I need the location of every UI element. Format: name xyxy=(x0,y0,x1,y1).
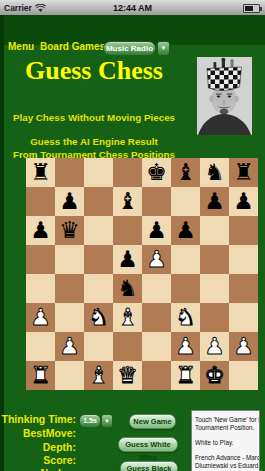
info-line xyxy=(195,446,256,454)
board-square: ♟ xyxy=(26,303,55,332)
white-pawn: ♟ xyxy=(200,332,229,361)
thinking-time-label: Thinking Time: xyxy=(0,413,76,425)
board-square xyxy=(84,245,113,274)
board-square xyxy=(171,274,200,303)
chess-board: ♜♚♝♞♜♟♝♟♟♟♛♟♟♟♟♞♟♞♝♞♟♟♟♟♜♝♛♜♚ xyxy=(26,158,258,390)
app-screen: Carrier 12:44 AM Menu Board Games Music … xyxy=(0,0,265,471)
nodes-label: Nodes: xyxy=(0,467,76,471)
board-square xyxy=(26,187,55,216)
board-square: ♚ xyxy=(142,158,171,187)
white-pawn: ♟ xyxy=(142,245,171,274)
black-pawn: ♟ xyxy=(171,216,200,245)
guess-white-wins-button[interactable]: Guess White Wins xyxy=(118,437,178,452)
white-rook: ♜ xyxy=(26,361,55,390)
black-queen: ♛ xyxy=(55,216,84,245)
board-square: ♜ xyxy=(171,361,200,390)
board-square xyxy=(142,303,171,332)
board-square xyxy=(26,245,55,274)
board-square xyxy=(229,361,258,390)
black-rook: ♜ xyxy=(26,158,55,187)
board-square: ♝ xyxy=(113,187,142,216)
new-game-button[interactable]: New Game xyxy=(129,414,176,429)
board-square: ♟ xyxy=(171,332,200,361)
black-pawn: ♟ xyxy=(55,187,84,216)
subtitle: Play Chess Without Moving Pieces xyxy=(0,112,188,123)
board-square xyxy=(84,158,113,187)
board-square xyxy=(229,245,258,274)
music-radio-dropdown[interactable]: Music Radio xyxy=(103,41,156,56)
board-square xyxy=(229,303,258,332)
board-square: ♝ xyxy=(171,158,200,187)
board-square: ♟ xyxy=(229,187,258,216)
board-square xyxy=(84,274,113,303)
black-pawn: ♟ xyxy=(113,245,142,274)
board-square: ♝ xyxy=(113,303,142,332)
board-square xyxy=(142,332,171,361)
tagline-line-1: Guess the AI Engine Result xyxy=(0,136,188,149)
board-square xyxy=(55,158,84,187)
white-king: ♚ xyxy=(200,361,229,390)
board-square xyxy=(200,274,229,303)
black-bishop: ♝ xyxy=(113,187,142,216)
black-king: ♚ xyxy=(142,158,171,187)
board-square xyxy=(171,187,200,216)
info-line: Touch 'New Game' for Rando xyxy=(195,416,256,424)
thinking-time-dropdown[interactable]: 1.5s xyxy=(79,414,101,428)
board-square xyxy=(200,303,229,332)
board-square xyxy=(142,274,171,303)
board-square: ♞ xyxy=(171,303,200,332)
bestmove-label: BestMove: xyxy=(0,427,76,439)
white-pawn: ♟ xyxy=(55,332,84,361)
clock: 12:44 AM xyxy=(0,3,265,13)
board-square: ♟ xyxy=(200,187,229,216)
depth-label: Depth: xyxy=(0,441,76,453)
board-square: ♟ xyxy=(200,332,229,361)
board-square: ♟ xyxy=(142,216,171,245)
battery-icon xyxy=(243,4,260,13)
board-square: ♞ xyxy=(84,303,113,332)
board-square: ♜ xyxy=(229,158,258,187)
thinking-time-dropdown-arrow-icon[interactable]: ▼ xyxy=(101,414,113,428)
white-knight: ♞ xyxy=(84,303,113,332)
white-bishop: ♝ xyxy=(113,303,142,332)
board-square xyxy=(200,245,229,274)
board-square: ♟ xyxy=(229,332,258,361)
black-pawn: ♟ xyxy=(26,216,55,245)
white-pawn: ♟ xyxy=(229,332,258,361)
black-pawn: ♟ xyxy=(200,187,229,216)
board-square xyxy=(113,332,142,361)
board-square xyxy=(55,303,84,332)
board-square xyxy=(171,245,200,274)
white-rook: ♜ xyxy=(171,361,200,390)
board-square: ♛ xyxy=(55,216,84,245)
music-radio-dropdown-arrow-icon[interactable]: ▼ xyxy=(157,41,170,56)
white-queen: ♛ xyxy=(113,361,142,390)
info-line: Dluzniewski vs Eduard Yepes xyxy=(195,462,256,470)
board-square xyxy=(229,216,258,245)
board-square xyxy=(142,187,171,216)
board-square xyxy=(229,274,258,303)
white-pawn: ♟ xyxy=(26,303,55,332)
white-knight: ♞ xyxy=(171,303,200,332)
board-square: ♟ xyxy=(171,216,200,245)
board-square xyxy=(113,158,142,187)
board-square xyxy=(26,274,55,303)
board-square xyxy=(26,332,55,361)
info-line xyxy=(195,431,256,439)
black-bishop: ♝ xyxy=(171,158,200,187)
chess-king-mascot-photo xyxy=(197,57,252,135)
board-square: ♝ xyxy=(84,361,113,390)
game-info-panel: Touch 'New Game' for Rando Tournament Po… xyxy=(191,410,260,471)
board-square: ♜ xyxy=(26,361,55,390)
menu-bar: Menu Board Games Music Radio ▼ xyxy=(0,15,265,45)
board-square xyxy=(84,187,113,216)
board-square xyxy=(113,216,142,245)
black-rook: ♜ xyxy=(229,158,258,187)
board-square xyxy=(84,216,113,245)
board-square: ♞ xyxy=(200,158,229,187)
board-square: ♚ xyxy=(200,361,229,390)
board-square: ♟ xyxy=(55,332,84,361)
board-square xyxy=(142,361,171,390)
board-square xyxy=(55,361,84,390)
board-square: ♟ xyxy=(113,245,142,274)
board-square: ♟ xyxy=(142,245,171,274)
black-pawn: ♟ xyxy=(229,187,258,216)
page-title: Guess Chess xyxy=(0,56,188,86)
menu-button[interactable]: Menu xyxy=(8,41,34,52)
white-pawn: ♟ xyxy=(171,332,200,361)
black-pawn: ♟ xyxy=(142,216,171,245)
score-label: Score: xyxy=(0,454,76,466)
white-bishop: ♝ xyxy=(84,361,113,390)
info-line: White to Play. xyxy=(195,439,256,447)
board-square: ♟ xyxy=(55,187,84,216)
board-square xyxy=(55,274,84,303)
black-knight: ♞ xyxy=(113,274,142,303)
info-line: French Advance - Marcin xyxy=(195,454,256,462)
board-square: ♛ xyxy=(113,361,142,390)
status-bar: Carrier 12:44 AM xyxy=(0,0,265,15)
board-square: ♜ xyxy=(26,158,55,187)
info-line: Tournament Position. xyxy=(195,424,256,432)
guess-black-wins-button[interactable]: Guess Black Wins xyxy=(120,461,178,471)
board-square: ♟ xyxy=(26,216,55,245)
board-square: ♞ xyxy=(113,274,142,303)
board-square xyxy=(84,332,113,361)
board-square xyxy=(55,245,84,274)
board-square xyxy=(200,216,229,245)
board-games-button[interactable]: Board Games xyxy=(40,41,105,52)
black-knight: ♞ xyxy=(200,158,229,187)
